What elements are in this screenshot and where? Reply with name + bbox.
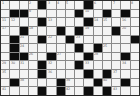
clue-number: 36 xyxy=(48,70,52,73)
black-cell-1-13 xyxy=(121,10,129,18)
cell-1-3[interactable]: 9 xyxy=(29,10,37,18)
cell-8-12[interactable]: 37 xyxy=(112,70,120,78)
cell-0-5[interactable]: 3 xyxy=(47,1,55,9)
clue-number: 38 xyxy=(20,79,24,82)
cell-1-6[interactable] xyxy=(57,10,65,18)
cell-1-0[interactable] xyxy=(1,10,9,18)
black-cell-6-13 xyxy=(121,53,129,61)
cell-2-5[interactable]: 13 xyxy=(47,18,55,26)
cell-2-1[interactable]: 12 xyxy=(10,18,18,26)
cell-7-14[interactable] xyxy=(131,61,139,69)
cell-8-6[interactable] xyxy=(57,70,65,78)
clue-number: 1 xyxy=(2,1,4,4)
black-cell-3-6 xyxy=(57,27,65,35)
cell-4-8[interactable]: 23 xyxy=(75,36,83,44)
cell-4-5[interactable]: 22 xyxy=(47,36,55,44)
cell-8-8[interactable] xyxy=(75,70,83,78)
black-cell-10-6 xyxy=(57,87,65,95)
cell-5-9[interactable] xyxy=(84,44,92,52)
cell-2-10[interactable]: 14 xyxy=(94,18,102,26)
clue-number: 2 xyxy=(29,1,31,4)
cell-6-7[interactable] xyxy=(66,53,74,61)
cell-8-2[interactable] xyxy=(20,70,28,78)
black-cell-9-1 xyxy=(10,79,18,87)
cell-2-12[interactable] xyxy=(112,18,120,26)
cell-5-0[interactable] xyxy=(1,44,9,52)
clue-number: 29 xyxy=(2,61,6,64)
cell-4-6[interactable] xyxy=(57,36,65,44)
black-cell-8-4 xyxy=(38,70,46,78)
clue-number: 37 xyxy=(113,70,117,73)
cell-1-5[interactable] xyxy=(47,10,55,18)
cell-8-10[interactable] xyxy=(94,70,102,78)
clue-number: 11 xyxy=(2,18,6,21)
cell-10-10[interactable] xyxy=(94,87,102,95)
cell-10-8[interactable] xyxy=(75,87,83,95)
cell-5-11[interactable]: 25 xyxy=(103,44,111,52)
cell-6-3[interactable]: 26 xyxy=(29,53,37,61)
clue-number: 3 xyxy=(48,1,50,4)
cell-2-6[interactable] xyxy=(57,18,65,26)
cell-10-3[interactable] xyxy=(29,87,37,95)
cell-0-0[interactable]: 1 xyxy=(1,1,9,9)
clue-number: 42 xyxy=(66,87,70,90)
cell-2-13[interactable]: 16 xyxy=(121,18,129,26)
cell-5-13[interactable] xyxy=(121,44,129,52)
clue-number: 17 xyxy=(2,27,6,30)
cell-10-12[interactable]: 43 xyxy=(112,87,120,95)
clue-number: 18 xyxy=(29,27,33,30)
cell-2-11[interactable]: 15 xyxy=(103,18,111,26)
cell-7-9[interactable]: 33 xyxy=(84,61,92,69)
cell-1-10[interactable] xyxy=(94,10,102,18)
black-cell-4-14 xyxy=(131,36,139,44)
cell-0-14[interactable]: 8 xyxy=(131,1,139,9)
clue-number: 15 xyxy=(103,18,107,21)
cell-9-11[interactable]: 40 xyxy=(103,79,111,87)
cell-0-12[interactable]: 7 xyxy=(112,1,120,9)
cell-9-0[interactable] xyxy=(1,79,9,87)
clue-number: 39 xyxy=(66,79,70,82)
clue-number: 20 xyxy=(122,27,126,30)
black-cell-8-11 xyxy=(103,70,111,78)
cell-5-6[interactable] xyxy=(57,44,65,52)
cell-9-5[interactable] xyxy=(47,79,55,87)
clue-number: 14 xyxy=(94,18,98,21)
black-cell-6-5 xyxy=(47,53,55,61)
cell-10-14[interactable] xyxy=(131,87,139,95)
cell-0-7[interactable]: 5 xyxy=(66,1,74,9)
black-cell-6-1 xyxy=(10,53,18,61)
cell-3-13[interactable]: 20 xyxy=(121,27,129,35)
clue-number: 26 xyxy=(29,53,33,56)
cell-10-2[interactable] xyxy=(20,87,28,95)
cell-7-5[interactable]: 32 xyxy=(47,61,55,69)
cell-2-2[interactable] xyxy=(20,18,28,26)
cell-7-0[interactable]: 29 xyxy=(1,61,9,69)
cell-0-10[interactable]: 6 xyxy=(94,1,102,9)
clue-number: 7 xyxy=(113,1,115,4)
cell-9-9[interactable] xyxy=(84,79,92,87)
clue-number: 24 xyxy=(20,44,24,47)
cell-1-9[interactable]: 10 xyxy=(84,10,92,18)
cell-5-2[interactable]: 24 xyxy=(20,44,28,52)
cell-5-12[interactable] xyxy=(112,44,120,52)
cell-6-12[interactable] xyxy=(112,53,120,61)
black-cell-1-2 xyxy=(20,10,28,18)
clue-number: 27 xyxy=(57,53,61,56)
cell-5-3[interactable] xyxy=(29,44,37,52)
clue-number: 34 xyxy=(122,61,126,64)
cell-0-11[interactable] xyxy=(103,1,111,9)
cell-5-5[interactable] xyxy=(47,44,55,52)
cell-3-9[interactable]: 19 xyxy=(84,27,92,35)
cell-6-6[interactable]: 27 xyxy=(57,53,65,61)
clue-number: 16 xyxy=(122,18,126,21)
black-cell-5-10 xyxy=(94,44,102,52)
clue-number: 35 xyxy=(2,70,6,73)
clue-number: 25 xyxy=(103,44,107,47)
black-cell-2-4 xyxy=(38,18,46,26)
cell-9-2[interactable]: 38 xyxy=(20,79,28,87)
clue-number: 41 xyxy=(2,87,6,90)
cell-3-5[interactable] xyxy=(47,27,55,35)
clue-number: 12 xyxy=(11,18,15,21)
clue-number: 33 xyxy=(85,61,89,64)
cell-0-3[interactable]: 2 xyxy=(29,1,37,9)
cell-6-8[interactable] xyxy=(75,53,83,61)
cell-3-3[interactable]: 18 xyxy=(29,27,37,35)
crossword-board: 1234567891011121314151617181920212223242… xyxy=(0,0,140,96)
cell-10-0[interactable]: 41 xyxy=(1,87,9,95)
cell-4-9[interactable] xyxy=(84,36,92,44)
cell-7-2[interactable]: 31 xyxy=(20,61,28,69)
black-cell-9-6 xyxy=(57,79,65,87)
cell-7-11[interactable] xyxy=(103,61,111,69)
cell-4-12[interactable] xyxy=(112,36,120,44)
clue-number: 30 xyxy=(11,61,15,64)
cell-6-0[interactable] xyxy=(1,53,9,61)
cell-4-2[interactable]: 21 xyxy=(20,36,28,44)
cell-1-4[interactable] xyxy=(38,10,46,18)
clue-number: 43 xyxy=(113,87,117,90)
black-cell-1-1 xyxy=(10,10,18,18)
cell-8-13[interactable] xyxy=(121,70,129,78)
black-cell-3-2 xyxy=(20,27,28,35)
cell-2-3[interactable] xyxy=(29,18,37,26)
clue-number: 6 xyxy=(94,1,96,4)
cell-1-7[interactable] xyxy=(66,10,74,18)
cell-0-8[interactable] xyxy=(75,1,83,9)
cell-5-7[interactable] xyxy=(66,44,74,52)
cell-3-11[interactable] xyxy=(103,27,111,35)
black-cell-1-8 xyxy=(75,10,83,18)
cell-4-10[interactable] xyxy=(94,36,102,44)
cell-3-7[interactable] xyxy=(66,27,74,35)
cell-7-3[interactable] xyxy=(29,61,37,69)
cell-4-13[interactable] xyxy=(121,36,129,44)
cell-8-7[interactable] xyxy=(66,70,74,78)
black-cell-4-1 xyxy=(10,36,18,44)
black-cell-5-8 xyxy=(75,44,83,52)
clue-number: 13 xyxy=(48,18,52,21)
cell-2-7[interactable] xyxy=(66,18,74,26)
black-cell-3-12 xyxy=(112,27,120,35)
cell-3-1[interactable] xyxy=(10,27,18,35)
black-cell-4-7 xyxy=(66,36,74,44)
black-cell-10-9 xyxy=(84,87,92,95)
cell-5-14[interactable] xyxy=(131,44,139,52)
cell-6-10[interactable]: 28 xyxy=(94,53,102,61)
cell-0-2[interactable] xyxy=(20,1,28,9)
cell-7-6[interactable] xyxy=(57,61,65,69)
cell-5-4[interactable] xyxy=(38,44,46,52)
cell-3-0[interactable]: 17 xyxy=(1,27,9,35)
cell-9-7[interactable]: 39 xyxy=(66,79,74,87)
clue-number: 10 xyxy=(85,10,89,13)
cell-9-12[interactable] xyxy=(112,79,120,87)
cell-2-0[interactable]: 11 xyxy=(1,18,9,26)
black-cell-4-4 xyxy=(38,36,46,44)
clue-number: 21 xyxy=(20,36,24,39)
cell-3-14[interactable] xyxy=(131,27,139,35)
black-cell-0-4 xyxy=(38,1,46,9)
cell-6-4[interactable] xyxy=(38,53,46,61)
cell-7-13[interactable]: 34 xyxy=(121,61,129,69)
black-cell-10-11 xyxy=(103,87,111,95)
clue-number: 40 xyxy=(103,79,107,82)
black-cell-9-13 xyxy=(121,79,129,87)
black-cell-7-8 xyxy=(75,61,83,69)
cell-7-12[interactable] xyxy=(112,61,120,69)
black-cell-7-4 xyxy=(38,61,46,69)
cell-4-11[interactable] xyxy=(103,36,111,44)
clue-number: 8 xyxy=(131,1,133,4)
black-cell-6-9 xyxy=(84,53,92,61)
cell-2-8[interactable] xyxy=(75,18,83,26)
cell-8-0[interactable]: 35 xyxy=(1,70,9,78)
cell-4-0[interactable] xyxy=(1,36,9,44)
clue-number: 19 xyxy=(85,27,89,30)
cell-6-14[interactable] xyxy=(131,53,139,61)
cell-10-13[interactable] xyxy=(121,87,129,95)
black-cell-1-11 xyxy=(103,10,111,18)
cell-1-14[interactable] xyxy=(131,10,139,18)
cell-4-3[interactable] xyxy=(29,36,37,44)
cell-9-4[interactable] xyxy=(38,79,46,87)
cell-9-8[interactable] xyxy=(75,79,83,87)
cell-9-14[interactable] xyxy=(131,79,139,87)
cell-6-11[interactable] xyxy=(103,53,111,61)
black-cell-6-2 xyxy=(20,53,28,61)
black-cell-10-4 xyxy=(38,87,46,95)
clue-number: 23 xyxy=(76,36,80,39)
cell-10-1[interactable] xyxy=(10,87,18,95)
clue-number: 4 xyxy=(57,1,59,4)
cell-3-4[interactable] xyxy=(38,27,46,35)
clue-number: 9 xyxy=(29,10,31,13)
cell-8-5[interactable]: 36 xyxy=(47,70,55,78)
black-cell-9-10 xyxy=(94,79,102,87)
clue-number: 32 xyxy=(48,61,52,64)
cell-9-3[interactable] xyxy=(29,79,37,87)
cell-0-6[interactable]: 4 xyxy=(57,1,65,9)
cell-0-13[interactable] xyxy=(121,1,129,9)
cell-0-1[interactable] xyxy=(10,1,18,9)
cell-7-7[interactable] xyxy=(66,61,74,69)
black-cell-5-1 xyxy=(10,44,18,52)
clue-number: 31 xyxy=(20,61,24,64)
cell-8-14[interactable] xyxy=(131,70,139,78)
cell-3-10[interactable] xyxy=(94,27,102,35)
clue-number: 5 xyxy=(66,1,68,4)
black-cell-8-9 xyxy=(84,70,92,78)
cell-10-5[interactable] xyxy=(47,87,55,95)
clue-number: 22 xyxy=(48,36,52,39)
black-cell-0-9 xyxy=(84,1,92,9)
black-cell-2-9 xyxy=(84,18,92,26)
clue-number: 28 xyxy=(94,53,98,56)
cell-8-3[interactable] xyxy=(29,70,37,78)
black-cell-3-8 xyxy=(75,27,83,35)
cell-7-10[interactable] xyxy=(94,61,102,69)
cell-8-1[interactable] xyxy=(10,70,18,78)
cell-1-12[interactable] xyxy=(112,10,120,18)
cell-7-1[interactable]: 30 xyxy=(10,61,18,69)
cell-2-14[interactable] xyxy=(131,18,139,26)
cell-10-7[interactable]: 42 xyxy=(66,87,74,95)
